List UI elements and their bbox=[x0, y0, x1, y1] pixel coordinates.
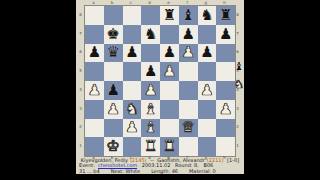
square-b2[interactable] bbox=[104, 119, 123, 138]
square-a7[interactable] bbox=[85, 25, 104, 44]
white-p-piece[interactable]: ♟ bbox=[88, 83, 101, 98]
rank-label-2: 2 bbox=[77, 118, 84, 137]
square-c2[interactable]: ♟ bbox=[123, 119, 142, 138]
square-f4[interactable] bbox=[179, 81, 198, 100]
white-r-piece[interactable]: ♜ bbox=[163, 139, 176, 154]
square-g7[interactable] bbox=[198, 25, 217, 44]
white-b-piece[interactable]: ♝ bbox=[144, 120, 157, 135]
square-h3[interactable]: ♟ bbox=[216, 100, 235, 119]
square-g6[interactable]: ♟ bbox=[198, 44, 217, 63]
square-f5[interactable] bbox=[179, 62, 198, 81]
square-h1[interactable] bbox=[216, 137, 235, 156]
square-h5[interactable] bbox=[216, 62, 235, 81]
square-h2[interactable] bbox=[216, 119, 235, 138]
square-g4[interactable]: ♟ bbox=[198, 81, 217, 100]
square-c1[interactable] bbox=[123, 137, 142, 156]
game-length: Length: 46 bbox=[151, 169, 178, 174]
black-r-piece[interactable]: ♜ bbox=[163, 8, 176, 23]
square-h8[interactable]: ♜ bbox=[216, 6, 235, 25]
square-a2[interactable] bbox=[85, 119, 104, 138]
white-p-piece[interactable]: ♟ bbox=[181, 45, 194, 60]
white-p-piece[interactable]: ♟ bbox=[125, 120, 138, 135]
square-c8[interactable] bbox=[123, 6, 142, 25]
captured-white-knight-icon: ♞ bbox=[234, 79, 244, 90]
rank-label-3: 3 bbox=[234, 99, 241, 118]
square-d7[interactable]: ♞ bbox=[141, 25, 160, 44]
square-b4[interactable]: ♟ bbox=[104, 81, 123, 100]
square-a6[interactable]: ♟ bbox=[85, 44, 104, 63]
black-p-piece[interactable]: ♟ bbox=[88, 45, 101, 60]
square-b6[interactable]: ♛ bbox=[104, 44, 123, 63]
square-b7[interactable]: ♚ bbox=[104, 25, 123, 44]
black-q-piece[interactable]: ♛ bbox=[106, 45, 119, 60]
square-e2[interactable] bbox=[160, 119, 179, 138]
square-f8[interactable]: ♝ bbox=[179, 6, 198, 25]
rank-label-7: 7 bbox=[234, 24, 241, 43]
square-d6[interactable] bbox=[141, 44, 160, 63]
square-f7[interactable]: ♟ bbox=[179, 25, 198, 44]
square-e5[interactable]: ♟ bbox=[160, 62, 179, 81]
square-e4[interactable] bbox=[160, 81, 179, 100]
square-f2[interactable]: ♛ bbox=[179, 119, 198, 138]
white-p-piece[interactable]: ♟ bbox=[200, 83, 213, 98]
square-d3[interactable]: ♝ bbox=[141, 100, 160, 119]
captured-pieces-tray: ♝♞ bbox=[234, 61, 244, 90]
black-n-piece[interactable]: ♞ bbox=[200, 8, 213, 23]
rank-label-5: 5 bbox=[77, 61, 84, 80]
square-g1[interactable] bbox=[198, 137, 217, 156]
move-status-line: 31 ... b4 Next: White Length: 46 Materia… bbox=[76, 169, 244, 174]
square-d4[interactable]: ♟ bbox=[141, 81, 160, 100]
rank-label-4: 4 bbox=[77, 80, 84, 99]
square-b3[interactable]: ♟ bbox=[104, 100, 123, 119]
square-e8[interactable]: ♜ bbox=[160, 6, 179, 25]
square-c4[interactable] bbox=[123, 81, 142, 100]
video-frame: { "game": "chess", "position": { "fen": … bbox=[0, 0, 320, 180]
rank-label-8: 8 bbox=[234, 5, 241, 24]
square-d5[interactable]: ♟ bbox=[141, 62, 160, 81]
rank-label-6: 6 bbox=[77, 43, 84, 62]
black-k-piece[interactable]: ♚ bbox=[106, 27, 119, 42]
black-p-piece[interactable]: ♟ bbox=[200, 45, 213, 60]
square-f3[interactable] bbox=[179, 100, 198, 119]
chess-board[interactable]: ♜♝♞♜♚♞♟♟♟♛♟♟♟♟♟♟♟♟♟♟♟♞♝♟♟♝♛♚♜♜ bbox=[84, 5, 236, 157]
white-p-piece[interactable]: ♟ bbox=[106, 102, 119, 117]
game-result: [1-0] bbox=[227, 157, 239, 163]
square-c5[interactable] bbox=[123, 62, 142, 81]
square-f6[interactable]: ♟ bbox=[179, 44, 198, 63]
square-a8[interactable] bbox=[85, 6, 104, 25]
black-b-piece[interactable]: ♝ bbox=[181, 8, 194, 23]
white-k-piece[interactable]: ♚ bbox=[106, 139, 119, 154]
square-g2[interactable] bbox=[198, 119, 217, 138]
square-c3[interactable]: ♞ bbox=[123, 100, 142, 119]
square-g3[interactable] bbox=[198, 100, 217, 119]
square-b1[interactable]: ♚ bbox=[104, 137, 123, 156]
game-panel: abcdefgh 87654321 ♜♝♞♜♚♞♟♟♟♛♟♟♟♟♟♟♟♟♟♟♟♞… bbox=[76, 0, 244, 174]
square-d2[interactable]: ♝ bbox=[141, 119, 160, 138]
black-n-piece[interactable]: ♞ bbox=[144, 27, 157, 42]
rank-label-1: 1 bbox=[234, 136, 241, 155]
rank-labels-left: 87654321 bbox=[77, 5, 84, 155]
square-h7[interactable]: ♟ bbox=[216, 25, 235, 44]
black-p-piece[interactable]: ♟ bbox=[181, 27, 194, 42]
square-b5[interactable] bbox=[104, 62, 123, 81]
last-move: 31 ... b4 bbox=[79, 169, 100, 174]
square-g8[interactable]: ♞ bbox=[198, 6, 217, 25]
square-b8[interactable] bbox=[104, 6, 123, 25]
black-p-piece[interactable]: ♟ bbox=[219, 27, 232, 42]
square-e1[interactable]: ♜ bbox=[160, 137, 179, 156]
game-info: Kiyevgolden, Fediy(2145) -- Gaofishh, Al… bbox=[76, 158, 244, 174]
square-a4[interactable]: ♟ bbox=[85, 81, 104, 100]
white-r-piece[interactable]: ♜ bbox=[144, 139, 157, 154]
square-f1[interactable] bbox=[179, 137, 198, 156]
square-e7[interactable] bbox=[160, 25, 179, 44]
rank-label-6: 6 bbox=[234, 43, 241, 62]
black-p-piece[interactable]: ♟ bbox=[106, 83, 119, 98]
square-a1[interactable] bbox=[85, 137, 104, 156]
rank-label-2: 2 bbox=[234, 118, 241, 137]
black-p-piece[interactable]: ♟ bbox=[144, 64, 157, 79]
square-a3[interactable] bbox=[85, 100, 104, 119]
white-n-piece[interactable]: ♞ bbox=[125, 102, 138, 117]
next-to-move: Next: White bbox=[111, 169, 140, 174]
black-r-piece[interactable]: ♜ bbox=[219, 8, 232, 23]
rank-label-8: 8 bbox=[77, 5, 84, 24]
black-p-piece[interactable]: ♟ bbox=[163, 45, 176, 60]
square-d8[interactable] bbox=[141, 6, 160, 25]
square-a5[interactable] bbox=[85, 62, 104, 81]
square-e3[interactable] bbox=[160, 100, 179, 119]
white-p-piece[interactable]: ♟ bbox=[219, 102, 232, 117]
square-g5[interactable] bbox=[198, 62, 217, 81]
square-c6[interactable]: ♟ bbox=[123, 44, 142, 63]
material-balance: Material: 0 bbox=[189, 169, 216, 174]
white-p-piece[interactable]: ♟ bbox=[144, 83, 157, 98]
square-e6[interactable]: ♟ bbox=[160, 44, 179, 63]
black-p-piece[interactable]: ♟ bbox=[125, 45, 138, 60]
square-h4[interactable] bbox=[216, 81, 235, 100]
rank-label-7: 7 bbox=[77, 24, 84, 43]
square-h6[interactable] bbox=[216, 44, 235, 63]
rank-label-3: 3 bbox=[77, 99, 84, 118]
square-d1[interactable]: ♜ bbox=[141, 137, 160, 156]
white-q-piece[interactable]: ♛ bbox=[181, 120, 194, 135]
rank-label-1: 1 bbox=[77, 136, 84, 155]
captured-black-bishop-icon: ♝ bbox=[234, 61, 244, 72]
square-c7[interactable] bbox=[123, 25, 142, 44]
white-b-piece[interactable]: ♝ bbox=[144, 102, 157, 117]
white-p-piece[interactable]: ♟ bbox=[163, 64, 176, 79]
